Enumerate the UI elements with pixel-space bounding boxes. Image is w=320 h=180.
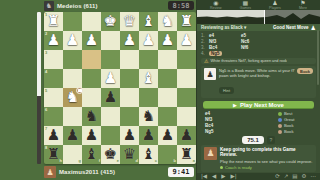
book-badge: Book [297, 68, 313, 74]
accuracy-info-button[interactable]: ? [267, 136, 275, 144]
square-e6[interactable] [101, 107, 120, 126]
book-move-badge-icon [76, 87, 83, 94]
square-d3[interactable] [120, 50, 139, 69]
square-d7[interactable]: ♟ [120, 126, 139, 145]
square-h7[interactable]: ♟7 [44, 126, 63, 145]
evaluation-bar-white [37, 12, 41, 96]
piece-black-bishop: ♝ [142, 145, 155, 164]
review-sidebar: ◉ Review ▦ Games ♟ Players ⚑ More Review… [196, 0, 320, 180]
square-d5[interactable] [120, 88, 139, 107]
overflow-icon[interactable]: ⋯ [311, 174, 317, 180]
square-f8[interactable]: ♝f [82, 145, 101, 164]
summary-title: Keep going to complete this Game Review. [220, 147, 313, 158]
piece-white-rook: ♜ [180, 12, 193, 31]
move-white-current[interactable]: Ng5 [209, 51, 222, 56]
piece-white-pawn: ♟ [66, 31, 79, 50]
square-g8[interactable]: g [63, 145, 82, 164]
classification-dot [278, 130, 282, 134]
piece-black-bishop: ♝ [85, 145, 98, 164]
piece-black-pawn: ♟ [180, 126, 193, 145]
move-black[interactable]: Nc6 [241, 39, 273, 44]
coach-comment-card: ♟ Ng5 is a Book move. White aims at your… [201, 66, 316, 98]
piece-white-pawn: ♟ [161, 31, 174, 50]
bottom-player-bar: ♟ Maximus2011 (415) [44, 166, 115, 178]
share-icon[interactable]: ↗ [284, 174, 289, 180]
move-row-current[interactable]: 4. Ng5 [201, 50, 316, 56]
square-g4[interactable] [63, 69, 82, 88]
piece-white-pawn: ♟ [104, 69, 117, 88]
square-g6[interactable] [63, 107, 82, 126]
top-player-avatar: ♞ [44, 1, 54, 11]
file-label: a [193, 159, 195, 163]
last-move-button[interactable]: ▶| [231, 174, 237, 180]
piece-black-pawn: ♟ [142, 126, 155, 145]
square-g2[interactable]: ♟ [63, 31, 82, 50]
review-header: Reviewing as Black ▾ Good Next Move ♟ [197, 24, 320, 31]
reviewing-as-selector[interactable]: Reviewing as Black ▾ [201, 25, 246, 30]
piece-black-knight: ♞ [142, 107, 155, 126]
warning-icon: ⚠ [204, 58, 208, 64]
square-e3[interactable] [101, 50, 120, 69]
accuracy-row: 75.1 ? [197, 136, 320, 144]
piece-black-pawn: ♟ [47, 126, 60, 145]
move-black[interactable]: Nf6 [241, 45, 273, 50]
square-c6[interactable]: ♞ [139, 107, 158, 126]
bottom-player-name: Maximus2011 (415) [59, 169, 115, 175]
square-b8[interactable]: b [158, 145, 177, 164]
square-a4[interactable] [177, 69, 196, 88]
piece-black-pawn: ♟ [161, 126, 174, 145]
piece-white-knight: ♞ [161, 12, 174, 31]
rank-label: 5 [45, 89, 47, 93]
square-h5[interactable]: 5 [44, 88, 63, 107]
square-a6[interactable] [177, 107, 196, 126]
square-c8[interactable]: ♝c [139, 145, 158, 164]
file-label: f [99, 159, 100, 163]
square-a5[interactable] [177, 88, 196, 107]
tab-review[interactable]: ◉ Review [210, 0, 221, 10]
square-a2[interactable]: ♟ [177, 31, 196, 50]
square-f1[interactable] [82, 12, 101, 31]
moves-icon[interactable]: ▤ [292, 174, 297, 180]
square-c5[interactable] [139, 88, 158, 107]
bottom-player-clock: 9:41 [168, 167, 194, 177]
square-c1[interactable]: ♝ [139, 12, 158, 31]
user-avatar: ♟ [204, 147, 217, 160]
piece-white-pawn: ♟ [85, 31, 98, 50]
rank-label: 8 [45, 146, 47, 150]
piece-white-queen: ♛ [123, 12, 136, 31]
classification-dot [278, 112, 282, 116]
file-label: g [79, 159, 81, 163]
square-a7[interactable]: ♟ [177, 126, 196, 145]
rank-label: 7 [45, 127, 47, 131]
square-e5[interactable]: ♟ [101, 88, 120, 107]
tab-more[interactable]: ⚑ More [299, 0, 307, 10]
coach-avatar: ♟ [204, 68, 216, 80]
piece-white-bishop: ♝ [142, 12, 155, 31]
move-white[interactable]: Bc4 [209, 45, 241, 50]
piece-white-bishop: ♝ [142, 69, 155, 88]
square-a8[interactable]: ♜a [177, 145, 196, 164]
square-b6[interactable] [158, 107, 177, 126]
coach-status: Coach is ready [225, 165, 252, 170]
square-b4[interactable] [158, 69, 177, 88]
play-next-move-button[interactable]: ▶ Play Next Move [203, 101, 314, 109]
square-h8[interactable]: ♜8h [44, 145, 63, 164]
square-d6[interactable] [120, 107, 139, 126]
square-h1[interactable]: ♜1 [44, 12, 63, 31]
square-e2[interactable] [101, 31, 120, 50]
square-g1[interactable] [63, 12, 82, 31]
square-e1[interactable]: ♚ [101, 12, 120, 31]
evaluation-graph[interactable] [197, 10, 320, 24]
file-label: e [117, 159, 119, 163]
square-f3[interactable] [82, 50, 101, 69]
piece-white-pawn: ♟ [180, 31, 193, 50]
hint-chip[interactable]: Hint [219, 87, 234, 94]
square-b7[interactable]: ♟ [158, 126, 177, 145]
retry-icon[interactable]: ⟳ [275, 174, 280, 180]
piece-black-pawn: ♟ [85, 126, 98, 145]
square-g5[interactable]: ♞ [63, 88, 82, 107]
piece-white-rook: ♜ [47, 12, 60, 31]
square-d1[interactable]: ♛ [120, 12, 139, 31]
square-b5[interactable] [158, 88, 177, 107]
file-label: h [60, 159, 62, 163]
square-b3[interactable] [158, 50, 177, 69]
square-d2[interactable]: ♟ [120, 31, 139, 50]
move-quality-label: Good Next Move ♟ [273, 24, 316, 31]
square-d8[interactable]: ♛d [120, 145, 139, 164]
piece-black-pawn: ♟ [104, 88, 117, 107]
rank-label: 4 [45, 70, 47, 74]
accuracy-value: 75.1 [242, 136, 264, 144]
square-e4[interactable]: ♟ [101, 69, 120, 88]
classification-dot [278, 124, 282, 128]
next-move-button[interactable]: ▶ [221, 174, 225, 180]
square-g3[interactable] [63, 50, 82, 69]
square-h2[interactable]: ♟2 [44, 31, 63, 50]
square-a3[interactable] [177, 50, 196, 69]
sidebar-scrollbar[interactable] [317, 30, 319, 85]
move-white[interactable]: Nf3 [209, 39, 241, 44]
piece-black-queen: ♛ [123, 145, 136, 164]
move-black[interactable]: e5 [241, 33, 273, 38]
threat-banner: ⚠ White threatens Nxf7, forking queen an… [201, 58, 316, 64]
top-player-bar: ♞ Medeios (611) [44, 1, 98, 11]
file-label: d [136, 159, 138, 163]
square-d4[interactable] [120, 69, 139, 88]
square-f2[interactable]: ♟ [82, 31, 101, 50]
file-label: c [155, 159, 157, 163]
piece-white-pawn: ♟ [123, 31, 136, 50]
square-h3[interactable]: 3 [44, 50, 63, 69]
square-c4[interactable]: ♝ [139, 69, 158, 88]
piece-black-rook: ♜ [180, 145, 193, 164]
settings-icon[interactable]: ⚙ [302, 174, 307, 180]
rank-label: 2 [45, 32, 47, 36]
play-icon: ▶ [233, 102, 237, 108]
square-e7[interactable] [101, 126, 120, 145]
key-move-row[interactable]: Ng5 Book [205, 129, 312, 135]
move-list: 1. e4 e5 2. Nf3 Nc6 3. Bc4 Nf6 4. Ng5 [197, 31, 320, 57]
rank-label: 3 [45, 51, 47, 55]
file-label: b [174, 159, 176, 163]
move-white[interactable]: e4 [209, 33, 241, 38]
square-e8[interactable]: ♚e [101, 145, 120, 164]
classification-dot [278, 118, 282, 122]
key-moves-list: e4 Best Nf3 Great Bc4 Book Ng5 Book [197, 110, 320, 136]
piece-black-knight: ♞ [85, 107, 98, 126]
previous-move-button[interactable]: ◀ [212, 174, 216, 180]
bottom-player-avatar: ♟ [44, 166, 56, 178]
piece-white-pawn: ♟ [142, 31, 155, 50]
coach-summary-card: ♟ Keep going to complete this Game Revie… [201, 145, 316, 172]
sidebar-tab-bar: ◉ Review ▦ Games ♟ Players ⚑ More [197, 0, 320, 10]
piece-black-king: ♚ [104, 145, 117, 164]
chess-board: ♜1♚♛♝♞♜♟2♟♟♟♟♟♟34♟♝5♞♟6♞♞♟7♟♟♟♟♟♟♜8hg♝f♚… [44, 12, 196, 164]
tab-players[interactable]: ♟ Players [269, 0, 281, 10]
square-c7[interactable]: ♟ [139, 126, 158, 145]
piece-white-pawn: ♟ [47, 31, 60, 50]
square-f7[interactable]: ♟ [82, 126, 101, 145]
square-b1[interactable]: ♞ [158, 12, 177, 31]
playback-toolbar: |◀ ◀ ▶ ▶| ⟳ ↗ ▤ ⚙ ⋯ [197, 173, 320, 180]
rank-label: 6 [45, 108, 47, 112]
piece-black-pawn: ♟ [66, 126, 79, 145]
evaluation-bar [37, 12, 41, 164]
square-h6[interactable]: 6 [44, 107, 63, 126]
square-c3[interactable] [139, 50, 158, 69]
square-b2[interactable]: ♟ [158, 31, 177, 50]
square-c2[interactable]: ♟ [139, 31, 158, 50]
square-f4[interactable] [82, 69, 101, 88]
coach-comment-text: Ng5 is a Book move. White aims at your f… [219, 68, 295, 78]
coach-pawn-icon: ♟ [311, 24, 316, 31]
piece-black-pawn: ♟ [123, 126, 136, 145]
top-player-name: Medeios (611) [57, 3, 98, 9]
tab-games[interactable]: ▦ Games [240, 0, 251, 10]
summary-text: Play the next moves to see what you coul… [220, 159, 313, 164]
square-h4[interactable]: 4 [44, 69, 63, 88]
square-f6[interactable]: ♞ [82, 107, 101, 126]
square-f5[interactable] [82, 88, 101, 107]
top-player-clock: 8:58 [168, 1, 194, 10]
piece-black-rook: ♜ [47, 145, 60, 164]
square-g7[interactable]: ♟ [63, 126, 82, 145]
online-dot [220, 166, 223, 169]
square-a1[interactable]: ♜ [177, 12, 196, 31]
rank-label: 1 [45, 13, 47, 17]
first-move-button[interactable]: |◀ [201, 174, 207, 180]
piece-white-king: ♚ [104, 12, 117, 31]
